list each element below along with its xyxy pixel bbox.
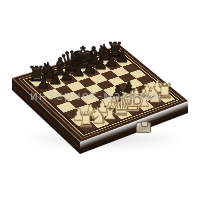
- product-photo: ♜♞♝♛♚♝♞♜♟♟♟♟♟♟♟♟♟♟♟♟♟♟♟♟♟♟♜♞♝♛♚♝♞♜ интер…: [0, 0, 200, 200]
- clasp-icon: [136, 122, 151, 133]
